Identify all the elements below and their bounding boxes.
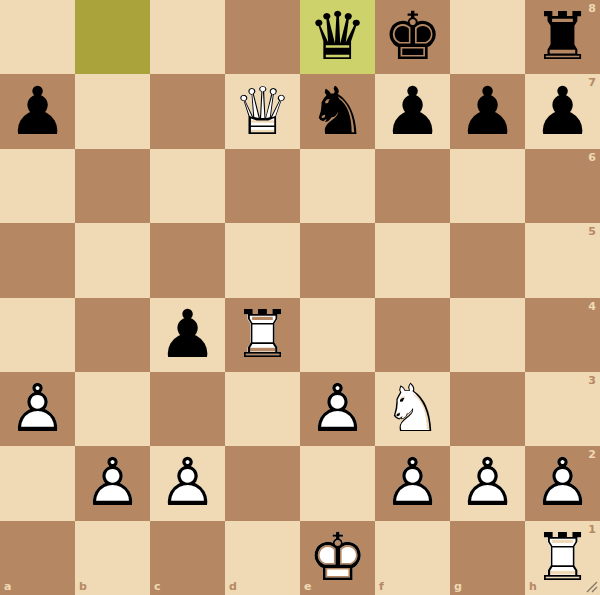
- square-h3[interactable]: 3: [525, 372, 600, 446]
- square-e1[interactable]: e♚♔: [300, 521, 375, 595]
- square-b2[interactable]: ♟♙: [75, 446, 150, 520]
- square-e4[interactable]: [300, 298, 375, 372]
- file-label-g: g: [454, 580, 462, 593]
- square-b7[interactable]: [75, 74, 150, 148]
- chess-board: ♛♚8♜♟♛♕♞♟♟7♟65♟♜♖4♟♙♟♙♞♘3♟♙♟♙♟♙♟♙2♟♙abcd…: [0, 0, 600, 595]
- piece-white-pawn[interactable]: ♟♙: [300, 372, 375, 446]
- square-h8[interactable]: 8♜: [525, 0, 600, 74]
- square-c4[interactable]: ♟: [150, 298, 225, 372]
- piece-black-king[interactable]: ♚: [375, 0, 450, 74]
- piece-white-queen[interactable]: ♛♕: [225, 74, 300, 148]
- file-label-c: c: [154, 580, 161, 593]
- square-d3[interactable]: [225, 372, 300, 446]
- square-f3[interactable]: ♞♘: [375, 372, 450, 446]
- black-queen-glyph: ♛: [308, 0, 367, 74]
- square-d4[interactable]: ♜♖: [225, 298, 300, 372]
- square-g6[interactable]: [450, 149, 525, 223]
- square-g8[interactable]: [450, 0, 525, 74]
- piece-white-knight[interactable]: ♞♘: [375, 372, 450, 446]
- white-king-outline-glyph: ♔: [308, 521, 367, 595]
- file-label-f: f: [379, 580, 384, 593]
- square-g7[interactable]: ♟: [450, 74, 525, 148]
- white-rook-outline-glyph: ♖: [233, 298, 292, 372]
- square-c6[interactable]: [150, 149, 225, 223]
- square-a4[interactable]: [0, 298, 75, 372]
- square-a1[interactable]: a: [0, 521, 75, 595]
- square-a2[interactable]: [0, 446, 75, 520]
- black-pawn-glyph: ♟: [383, 75, 442, 149]
- rank-label-4: 4: [588, 300, 596, 313]
- square-f1[interactable]: f: [375, 521, 450, 595]
- piece-black-knight[interactable]: ♞: [300, 74, 375, 148]
- square-b3[interactable]: [75, 372, 150, 446]
- square-d7[interactable]: ♛♕: [225, 74, 300, 148]
- black-rook-glyph: ♜: [533, 0, 592, 74]
- square-e7[interactable]: ♞: [300, 74, 375, 148]
- black-pawn-glyph: ♟: [533, 75, 592, 149]
- square-a8[interactable]: [0, 0, 75, 74]
- piece-black-pawn[interactable]: ♟: [150, 298, 225, 372]
- rank-label-5: 5: [588, 225, 596, 238]
- square-h6[interactable]: 6: [525, 149, 600, 223]
- file-label-b: b: [79, 580, 87, 593]
- black-pawn-glyph: ♟: [158, 298, 217, 372]
- rank-label-3: 3: [588, 374, 596, 387]
- square-c8[interactable]: [150, 0, 225, 74]
- white-pawn-outline-glyph: ♙: [8, 372, 67, 446]
- square-b6[interactable]: [75, 149, 150, 223]
- white-knight-outline-glyph: ♘: [383, 372, 442, 446]
- square-b1[interactable]: b: [75, 521, 150, 595]
- white-pawn-outline-glyph: ♙: [83, 446, 142, 520]
- square-e8[interactable]: ♛: [300, 0, 375, 74]
- square-c5[interactable]: [150, 223, 225, 297]
- square-e5[interactable]: [300, 223, 375, 297]
- piece-white-king[interactable]: ♚♔: [300, 521, 375, 595]
- square-d2[interactable]: [225, 446, 300, 520]
- square-d6[interactable]: [225, 149, 300, 223]
- piece-black-queen[interactable]: ♛: [300, 0, 375, 74]
- rank-label-6: 6: [588, 151, 596, 164]
- white-pawn-outline-glyph: ♙: [383, 446, 442, 520]
- piece-white-pawn[interactable]: ♟♙: [375, 446, 450, 520]
- square-g5[interactable]: [450, 223, 525, 297]
- piece-black-pawn[interactable]: ♟: [0, 74, 75, 148]
- square-e3[interactable]: ♟♙: [300, 372, 375, 446]
- square-a6[interactable]: [0, 149, 75, 223]
- file-label-a: a: [4, 580, 11, 593]
- square-e6[interactable]: [300, 149, 375, 223]
- square-d8[interactable]: [225, 0, 300, 74]
- square-c7[interactable]: [150, 74, 225, 148]
- square-b4[interactable]: [75, 298, 150, 372]
- square-f4[interactable]: [375, 298, 450, 372]
- black-knight-glyph: ♞: [308, 75, 367, 149]
- piece-white-pawn[interactable]: ♟♙: [0, 372, 75, 446]
- black-king-glyph: ♚: [383, 0, 442, 74]
- piece-black-pawn[interactable]: ♟: [525, 74, 600, 148]
- white-pawn-outline-glyph: ♙: [158, 446, 217, 520]
- square-f2[interactable]: ♟♙: [375, 446, 450, 520]
- square-c2[interactable]: ♟♙: [150, 446, 225, 520]
- square-h7[interactable]: 7♟: [525, 74, 600, 148]
- square-e2[interactable]: [300, 446, 375, 520]
- white-pawn-outline-glyph: ♙: [533, 446, 592, 520]
- piece-black-pawn[interactable]: ♟: [375, 74, 450, 148]
- square-d1[interactable]: d: [225, 521, 300, 595]
- square-h5[interactable]: 5: [525, 223, 600, 297]
- piece-white-pawn[interactable]: ♟♙: [450, 446, 525, 520]
- square-g2[interactable]: ♟♙: [450, 446, 525, 520]
- square-b8[interactable]: [75, 0, 150, 74]
- square-d5[interactable]: [225, 223, 300, 297]
- white-pawn-outline-glyph: ♙: [308, 372, 367, 446]
- square-f5[interactable]: [375, 223, 450, 297]
- square-f7[interactable]: ♟: [375, 74, 450, 148]
- square-b5[interactable]: [75, 223, 150, 297]
- piece-black-rook[interactable]: ♜: [525, 0, 600, 74]
- square-g1[interactable]: g: [450, 521, 525, 595]
- piece-white-pawn[interactable]: ♟♙: [525, 446, 600, 520]
- piece-white-rook[interactable]: ♜♖: [225, 298, 300, 372]
- square-a5[interactable]: [0, 223, 75, 297]
- square-f8[interactable]: ♚: [375, 0, 450, 74]
- square-c1[interactable]: c: [150, 521, 225, 595]
- square-g4[interactable]: [450, 298, 525, 372]
- square-c3[interactable]: [150, 372, 225, 446]
- square-g3[interactable]: [450, 372, 525, 446]
- piece-black-pawn[interactable]: ♟: [450, 74, 525, 148]
- black-pawn-glyph: ♟: [458, 75, 517, 149]
- square-h2[interactable]: 2♟♙: [525, 446, 600, 520]
- square-f6[interactable]: [375, 149, 450, 223]
- piece-white-pawn[interactable]: ♟♙: [150, 446, 225, 520]
- piece-white-pawn[interactable]: ♟♙: [75, 446, 150, 520]
- square-a3[interactable]: ♟♙: [0, 372, 75, 446]
- white-pawn-outline-glyph: ♙: [458, 446, 517, 520]
- resize-grip-icon[interactable]: [584, 579, 599, 594]
- square-a7[interactable]: ♟: [0, 74, 75, 148]
- square-h4[interactable]: 4: [525, 298, 600, 372]
- white-queen-outline-glyph: ♕: [233, 75, 292, 149]
- black-pawn-glyph: ♟: [8, 75, 67, 149]
- file-label-d: d: [229, 580, 237, 593]
